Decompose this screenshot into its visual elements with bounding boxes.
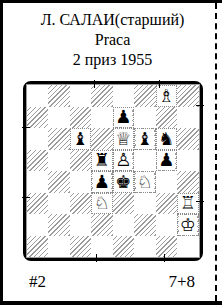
- square-h3: ♖: [177, 193, 199, 215]
- black-rook-d5: ♜: [93, 150, 111, 170]
- square-b4: [48, 171, 70, 193]
- square-g8: ♗: [156, 85, 178, 107]
- frame-tick: [94, 80, 95, 88]
- square-d7: [91, 107, 113, 129]
- square-a4: [27, 171, 49, 193]
- square-b5: [48, 150, 70, 172]
- square-b8: [48, 85, 70, 107]
- white-bishop-g8: ♗: [157, 86, 175, 106]
- stipulation-label: #2: [29, 272, 46, 292]
- square-g6: ♞: [156, 128, 178, 150]
- square-d4: ♟: [91, 171, 113, 193]
- square-e1: [113, 236, 135, 258]
- white-rook-h3: ♖: [179, 193, 197, 213]
- chess-board: ♗♟♝♕♝♞♜♙♟♟♚♘♘♖♔: [27, 85, 199, 257]
- square-c6: ♝: [70, 128, 92, 150]
- square-b2: [48, 214, 70, 236]
- square-f4: ♘: [134, 171, 156, 193]
- square-a7: [27, 107, 49, 129]
- black-pawn-g5: ♟: [157, 150, 175, 170]
- square-b3: [48, 193, 70, 215]
- black-king-e4: ♚: [114, 172, 132, 192]
- frame-tick: [22, 197, 30, 198]
- square-f8: [134, 85, 156, 107]
- page-cut-dashed-line: [215, 3, 217, 301]
- award-line: 2 приз 1955: [3, 50, 222, 70]
- square-g1: [156, 236, 178, 258]
- square-b7: [48, 107, 70, 129]
- square-e7: ♟: [113, 107, 135, 129]
- square-e6: ♕: [113, 128, 135, 150]
- frame-tick: [164, 254, 165, 262]
- square-g3: [156, 193, 178, 215]
- square-c1: [70, 236, 92, 258]
- square-f3: [134, 193, 156, 215]
- square-f1: [134, 236, 156, 258]
- square-d2: [91, 214, 113, 236]
- square-g5: ♟: [156, 150, 178, 172]
- board-frame: ♗♟♝♕♝♞♜♙♟♟♚♘♘♖♔: [23, 81, 203, 261]
- frame-tick: [196, 105, 204, 106]
- white-king-h2: ♔: [179, 215, 197, 235]
- square-a2: [27, 214, 49, 236]
- square-e3: [113, 193, 135, 215]
- square-g7: [156, 107, 178, 129]
- square-e2: [113, 214, 135, 236]
- problem-header: Л. САЛАИ(старший) Praca 2 приз 1955: [3, 3, 222, 70]
- square-c8: [70, 85, 92, 107]
- white-knight-f4: ♘: [136, 172, 154, 192]
- frame-tick: [96, 254, 97, 262]
- black-bishop-c6: ♝: [71, 129, 89, 149]
- square-h2: ♔: [177, 214, 199, 236]
- square-f6: ♝: [134, 128, 156, 150]
- frame-tick: [159, 80, 160, 88]
- black-pawn-e7: ♟: [114, 107, 132, 127]
- square-h1: [177, 236, 199, 258]
- black-pawn-d4: ♟: [93, 172, 111, 192]
- square-b6: [48, 128, 70, 150]
- square-d5: ♜: [91, 150, 113, 172]
- square-a5: [27, 150, 49, 172]
- composer-name: Л. САЛАИ(старший): [3, 10, 222, 30]
- square-h5: [177, 150, 199, 172]
- square-d8: [91, 85, 113, 107]
- square-c2: [70, 214, 92, 236]
- square-d1: [91, 236, 113, 258]
- square-f7: [134, 107, 156, 129]
- square-c3: [70, 193, 92, 215]
- square-d3: ♘: [91, 193, 113, 215]
- square-g4: [156, 171, 178, 193]
- square-h8: [177, 85, 199, 107]
- material-count: 7+8: [168, 272, 195, 292]
- black-bishop-f6: ♝: [136, 129, 154, 149]
- problem-footer: #2 7+8: [3, 272, 222, 292]
- square-e5: ♙: [113, 150, 135, 172]
- square-g2: [156, 214, 178, 236]
- problem-card: Л. САЛАИ(старший) Praca 2 приз 1955 ♗♟♝♕…: [0, 0, 222, 305]
- square-e8: [113, 85, 135, 107]
- square-c7: [70, 107, 92, 129]
- frame-tick: [22, 127, 30, 128]
- source-name: Praca: [3, 30, 222, 50]
- square-b1: [48, 236, 70, 258]
- square-h4: [177, 171, 199, 193]
- board-inner-border: ♗♟♝♕♝♞♜♙♟♟♚♘♘♖♔: [26, 84, 200, 258]
- black-knight-g6: ♞: [157, 129, 175, 149]
- square-c4: [70, 171, 92, 193]
- frame-tick: [196, 201, 204, 202]
- square-h7: [177, 107, 199, 129]
- square-d6: [91, 128, 113, 150]
- white-pawn-e5: ♙: [114, 150, 132, 170]
- square-c5: [70, 150, 92, 172]
- square-f5: [134, 150, 156, 172]
- square-a6: [27, 128, 49, 150]
- white-knight-d3: ♘: [93, 193, 111, 213]
- white-queen-e6: ♕: [114, 129, 132, 149]
- square-a8: [27, 85, 49, 107]
- square-e4: ♚: [113, 171, 135, 193]
- square-a3: [27, 193, 49, 215]
- square-h6: [177, 128, 199, 150]
- square-a1: [27, 236, 49, 258]
- square-f2: [134, 214, 156, 236]
